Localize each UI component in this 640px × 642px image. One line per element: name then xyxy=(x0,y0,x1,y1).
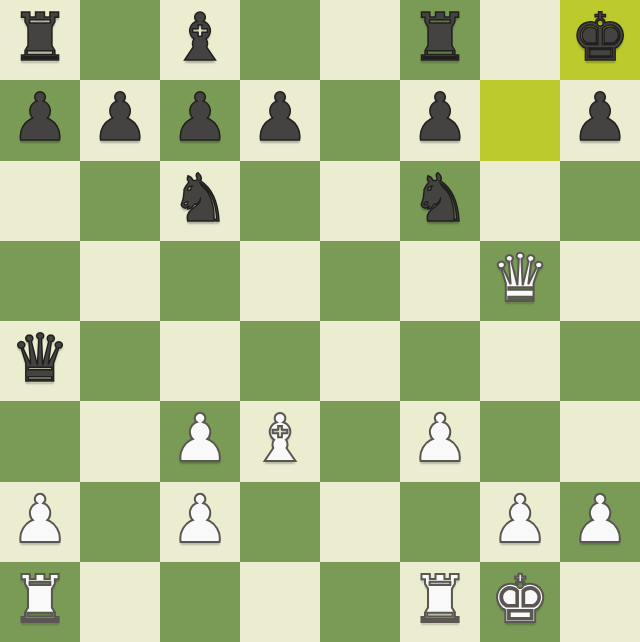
square-e7[interactable] xyxy=(320,80,400,160)
piece-black-pawn-d7[interactable]: ♟ xyxy=(250,85,309,151)
square-g4[interactable] xyxy=(480,321,560,401)
square-g6[interactable] xyxy=(480,161,560,241)
square-f3[interactable]: ♟ xyxy=(400,401,480,481)
square-c6[interactable]: ♞ xyxy=(160,161,240,241)
square-f5[interactable] xyxy=(400,241,480,321)
square-b6[interactable] xyxy=(80,161,160,241)
chess-board: ♜♝♜♚♟♟♟♟♟♟♞♞♛♛♟♝♟♟♟♟♟♜♜♚ xyxy=(0,0,640,642)
square-g2[interactable]: ♟ xyxy=(480,482,560,562)
square-h5[interactable] xyxy=(560,241,640,321)
piece-black-pawn-a7[interactable]: ♟ xyxy=(10,85,69,151)
piece-white-pawn-f3[interactable]: ♟ xyxy=(410,406,469,472)
piece-black-knight-f6[interactable]: ♞ xyxy=(410,166,469,232)
piece-black-pawn-c7[interactable]: ♟ xyxy=(170,85,229,151)
square-a2[interactable]: ♟ xyxy=(0,482,80,562)
square-a7[interactable]: ♟ xyxy=(0,80,80,160)
square-g7[interactable] xyxy=(480,80,560,160)
piece-white-pawn-h2[interactable]: ♟ xyxy=(570,487,629,553)
piece-black-pawn-f7[interactable]: ♟ xyxy=(410,85,469,151)
square-f7[interactable]: ♟ xyxy=(400,80,480,160)
square-a3[interactable] xyxy=(0,401,80,481)
piece-black-rook-f8[interactable]: ♜ xyxy=(410,5,469,71)
square-a5[interactable] xyxy=(0,241,80,321)
square-a4[interactable]: ♛ xyxy=(0,321,80,401)
square-b3[interactable] xyxy=(80,401,160,481)
square-e3[interactable] xyxy=(320,401,400,481)
square-e1[interactable] xyxy=(320,562,400,642)
piece-black-queen-a4[interactable]: ♛ xyxy=(10,326,69,392)
square-c7[interactable]: ♟ xyxy=(160,80,240,160)
square-h2[interactable]: ♟ xyxy=(560,482,640,562)
piece-white-rook-f1[interactable]: ♜ xyxy=(410,567,469,633)
square-d5[interactable] xyxy=(240,241,320,321)
square-b1[interactable] xyxy=(80,562,160,642)
square-c3[interactable]: ♟ xyxy=(160,401,240,481)
square-f2[interactable] xyxy=(400,482,480,562)
piece-white-pawn-a2[interactable]: ♟ xyxy=(10,487,69,553)
square-c4[interactable] xyxy=(160,321,240,401)
square-b5[interactable] xyxy=(80,241,160,321)
square-a1[interactable]: ♜ xyxy=(0,562,80,642)
piece-white-pawn-g2[interactable]: ♟ xyxy=(490,487,549,553)
square-b8[interactable] xyxy=(80,0,160,80)
square-h8[interactable]: ♚ xyxy=(560,0,640,80)
square-d7[interactable]: ♟ xyxy=(240,80,320,160)
square-c5[interactable] xyxy=(160,241,240,321)
square-d8[interactable] xyxy=(240,0,320,80)
piece-white-pawn-c3[interactable]: ♟ xyxy=(170,406,229,472)
piece-black-pawn-b7[interactable]: ♟ xyxy=(90,85,149,151)
square-d4[interactable] xyxy=(240,321,320,401)
square-e6[interactable] xyxy=(320,161,400,241)
square-d3[interactable]: ♝ xyxy=(240,401,320,481)
square-e2[interactable] xyxy=(320,482,400,562)
square-d1[interactable] xyxy=(240,562,320,642)
piece-white-pawn-c2[interactable]: ♟ xyxy=(170,487,229,553)
square-g3[interactable] xyxy=(480,401,560,481)
square-h3[interactable] xyxy=(560,401,640,481)
square-g1[interactable]: ♚ xyxy=(480,562,560,642)
piece-white-queen-g5[interactable]: ♛ xyxy=(490,246,549,312)
piece-white-king-g1[interactable]: ♚ xyxy=(490,567,549,633)
square-d6[interactable] xyxy=(240,161,320,241)
square-c8[interactable]: ♝ xyxy=(160,0,240,80)
square-h7[interactable]: ♟ xyxy=(560,80,640,160)
square-g8[interactable] xyxy=(480,0,560,80)
square-b7[interactable]: ♟ xyxy=(80,80,160,160)
piece-black-pawn-h7[interactable]: ♟ xyxy=(570,85,629,151)
piece-black-king-h8[interactable]: ♚ xyxy=(570,5,629,71)
square-f8[interactable]: ♜ xyxy=(400,0,480,80)
square-a6[interactable] xyxy=(0,161,80,241)
square-f6[interactable]: ♞ xyxy=(400,161,480,241)
square-h6[interactable] xyxy=(560,161,640,241)
square-b4[interactable] xyxy=(80,321,160,401)
square-f4[interactable] xyxy=(400,321,480,401)
piece-white-bishop-d3[interactable]: ♝ xyxy=(250,406,309,472)
square-c1[interactable] xyxy=(160,562,240,642)
square-h4[interactable] xyxy=(560,321,640,401)
square-e5[interactable] xyxy=(320,241,400,321)
square-c2[interactable]: ♟ xyxy=(160,482,240,562)
square-f1[interactable]: ♜ xyxy=(400,562,480,642)
piece-black-bishop-c8[interactable]: ♝ xyxy=(170,5,229,71)
square-e8[interactable] xyxy=(320,0,400,80)
square-g5[interactable]: ♛ xyxy=(480,241,560,321)
square-e4[interactable] xyxy=(320,321,400,401)
square-b2[interactable] xyxy=(80,482,160,562)
piece-black-rook-a8[interactable]: ♜ xyxy=(10,5,69,71)
square-a8[interactable]: ♜ xyxy=(0,0,80,80)
piece-black-knight-c6[interactable]: ♞ xyxy=(170,166,229,232)
square-d2[interactable] xyxy=(240,482,320,562)
square-h1[interactable] xyxy=(560,562,640,642)
piece-white-rook-a1[interactable]: ♜ xyxy=(10,567,69,633)
